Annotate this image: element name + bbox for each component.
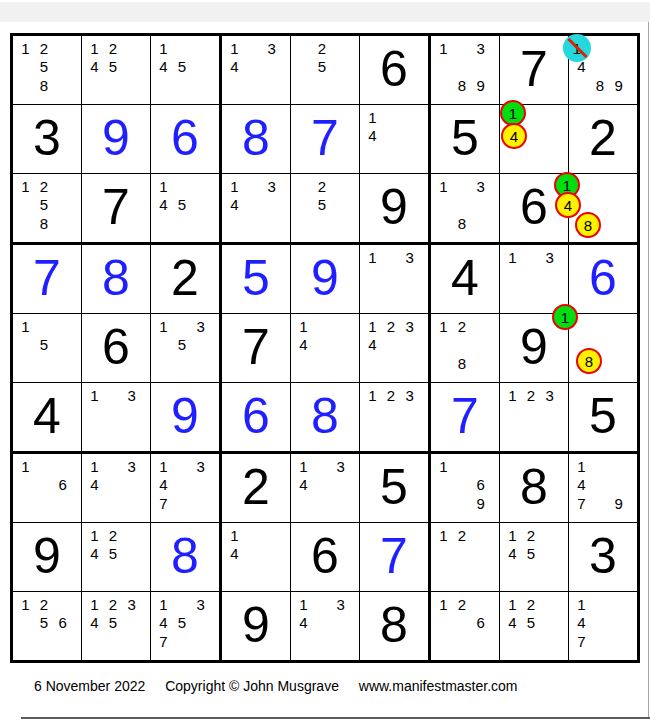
cell-r1c7[interactable]: 1389: [431, 36, 500, 105]
candidate-1: 1: [85, 457, 104, 476]
candidate-1: 1: [16, 39, 35, 58]
cell-r8c7[interactable]: 12: [431, 523, 500, 592]
candidates: 123: [360, 383, 428, 451]
cell-value: 6: [291, 523, 359, 591]
yellow-mark-4: 4: [501, 123, 527, 149]
cell-r2c7[interactable]: 5: [431, 105, 500, 174]
candidate-4: 4: [154, 476, 173, 495]
candidate-1: 1: [85, 39, 104, 58]
cell-r2c4[interactable]: 8: [222, 105, 291, 174]
cell-r6c8[interactable]: 123: [500, 383, 569, 454]
candidates: 1258: [13, 174, 81, 242]
candidate-4: 4: [85, 476, 104, 495]
yellow-mark-4: 4: [555, 192, 581, 218]
cell-r9c3[interactable]: 13457: [151, 592, 222, 660]
window-edge-right: [648, 22, 649, 718]
cell-value: 2: [569, 105, 637, 173]
cell-r2c3[interactable]: 6: [151, 105, 222, 174]
cell-value: 7: [500, 36, 568, 104]
cell-r6c3[interactable]: 9: [151, 383, 222, 454]
candidate-1: 1: [16, 317, 35, 336]
cell-r8c4[interactable]: 14: [222, 523, 291, 592]
cell-value: 2: [151, 245, 219, 313]
candidate-3: 3: [471, 39, 490, 58]
candidate-3: 3: [331, 595, 350, 614]
candidate-3: 3: [400, 248, 419, 267]
cell-value: 9: [360, 174, 428, 242]
candidate-4: 4: [503, 614, 522, 633]
candidates: 15: [13, 314, 81, 382]
cell-r1c9[interactable]: 4891: [569, 36, 637, 105]
candidate-8: 8: [591, 76, 610, 95]
candidate-4: 4: [363, 127, 382, 146]
candidate-3: 3: [331, 457, 350, 476]
candidate-5: 5: [173, 614, 192, 633]
candidate-2: 2: [35, 595, 54, 614]
candidate-5: 5: [522, 614, 541, 633]
candidate-9: 9: [609, 76, 628, 95]
candidate-6: 6: [471, 614, 490, 633]
cell-r1c2[interactable]: 1245: [82, 36, 151, 105]
cell-r8c5[interactable]: 6: [291, 523, 360, 592]
cell-value: 8: [151, 523, 219, 591]
cell-r1c8[interactable]: 7: [500, 36, 569, 105]
cell-r6c9[interactable]: 5: [569, 383, 637, 454]
candidate-1: 1: [85, 386, 104, 405]
candidate-3: 3: [471, 177, 490, 196]
candidates: 134: [222, 36, 290, 104]
candidate-3: 3: [122, 595, 141, 614]
cell-r5c2[interactable]: 6: [82, 314, 151, 383]
candidate-3: 3: [540, 248, 559, 267]
cell-value: 4: [431, 245, 499, 313]
footer-copyright: Copyright © John Musgrave: [165, 678, 339, 694]
cell-r8c8[interactable]: 1245: [500, 523, 569, 592]
candidate-1: 1: [16, 177, 35, 196]
cell-r1c1[interactable]: 1258: [13, 36, 82, 105]
cell-r9c6[interactable]: 8: [360, 592, 431, 660]
candidate-4: 4: [225, 58, 244, 77]
candidates: 1245: [500, 523, 568, 591]
cell-r5c1[interactable]: 15: [13, 314, 82, 383]
cell-value: 9: [151, 383, 219, 451]
candidate-1: 1: [434, 177, 453, 196]
candidates: 25: [291, 36, 359, 104]
candidate-1: 1: [503, 248, 522, 267]
footer-date: 6 November 2022: [34, 678, 145, 694]
candidate-1: 1: [434, 39, 453, 58]
cell-r7c5[interactable]: 134: [291, 454, 360, 523]
candidate-7: 7: [572, 494, 591, 513]
candidate-5: 5: [313, 58, 332, 77]
candidate-3: 3: [191, 317, 210, 336]
cell-r5c9[interactable]: 18: [569, 314, 637, 383]
candidate-9: 9: [471, 76, 490, 95]
yellow-mark-8: 8: [575, 212, 601, 238]
candidate-1: 1: [363, 317, 382, 336]
candidate-4: 4: [225, 545, 244, 564]
cell-value: 5: [431, 105, 499, 173]
candidate-4: 4: [225, 196, 244, 215]
cell-r4c4[interactable]: 5: [222, 245, 291, 314]
candidate-5: 5: [104, 614, 123, 633]
candidate-1: 1: [572, 457, 591, 476]
cell-r2c8[interactable]: 14: [500, 105, 569, 174]
cell-value: 7: [222, 314, 290, 382]
candidate-5: 5: [35, 336, 54, 355]
candidate-2: 2: [104, 39, 123, 58]
candidate-3: 3: [191, 457, 210, 476]
cell-value: 8: [222, 105, 290, 173]
cell-r5c4[interactable]: 7: [222, 314, 291, 383]
cell-r4c5[interactable]: 9: [291, 245, 360, 314]
candidate-3: 3: [262, 177, 281, 196]
candidate-2: 2: [313, 177, 332, 196]
window-edge-bottom: [21, 717, 650, 719]
candidate-4: 4: [154, 58, 173, 77]
cell-r9c8[interactable]: 1245: [500, 592, 569, 660]
candidate-2: 2: [35, 177, 54, 196]
sudoku-board: 1258124514513425613897489139687145142125…: [10, 33, 640, 663]
candidate-5: 5: [35, 614, 54, 633]
candidate-4: 4: [503, 545, 522, 564]
cell-r8c2[interactable]: 1245: [82, 523, 151, 592]
cell-value: 9: [222, 592, 290, 660]
candidate-1: 1: [434, 317, 453, 336]
candidate-1: 1: [154, 595, 173, 614]
cell-r4c9[interactable]: 6: [569, 245, 637, 314]
cell-r3c7[interactable]: 138: [431, 174, 500, 245]
candidate-3: 3: [122, 457, 141, 476]
cell-r6c5[interactable]: 8: [291, 383, 360, 454]
candidate-5: 5: [35, 196, 54, 215]
green-mark-1: 1: [552, 304, 578, 330]
cell-r1c6[interactable]: 6: [360, 36, 431, 105]
candidate-2: 2: [35, 39, 54, 58]
candidate-2: 2: [522, 595, 541, 614]
candidate-1: 1: [225, 177, 244, 196]
candidate-2: 2: [453, 595, 472, 614]
cell-r6c2[interactable]: 13: [82, 383, 151, 454]
candidates: 147: [569, 592, 637, 660]
candidate-1: 1: [503, 386, 522, 405]
cell-r7c9[interactable]: 1479: [569, 454, 637, 523]
cell-r6c1[interactable]: 4: [13, 383, 82, 454]
cell-value: 8: [82, 245, 150, 313]
cell-value: 9: [82, 105, 150, 173]
candidates: 138: [431, 174, 499, 242]
cell-r3c4[interactable]: 134: [222, 174, 291, 245]
candidate-3: 3: [400, 317, 419, 336]
cell-r8c6[interactable]: 7: [360, 523, 431, 592]
cell-r5c7[interactable]: 128: [431, 314, 500, 383]
candidates: 1389: [431, 36, 499, 104]
candidate-1: 1: [154, 39, 173, 58]
candidate-7: 7: [154, 494, 173, 513]
candidate-8: 8: [35, 76, 54, 95]
cell-value: 4: [13, 383, 81, 451]
candidate-1: 1: [85, 526, 104, 545]
candidate-1: 1: [154, 317, 173, 336]
cyan-mark-1: 1: [563, 34, 591, 62]
candidate-4: 4: [572, 476, 591, 495]
candidate-9: 9: [609, 494, 628, 513]
cell-r7c1[interactable]: 16: [13, 454, 82, 523]
cell-r8c9[interactable]: 3: [569, 523, 637, 592]
cell-r9c4[interactable]: 9: [222, 592, 291, 660]
footer-website: www.manifestmaster.com: [359, 678, 518, 694]
candidate-5: 5: [35, 58, 54, 77]
candidate-1: 1: [434, 595, 453, 614]
candidate-2: 2: [104, 595, 123, 614]
cell-r7c8[interactable]: 8: [500, 454, 569, 523]
cell-r4c6[interactable]: 13: [360, 245, 431, 314]
cell-r8c3[interactable]: 8: [151, 523, 222, 592]
candidates: 1258: [13, 36, 81, 104]
cell-r3c1[interactable]: 1258: [13, 174, 82, 245]
yellow-mark-8: 8: [576, 348, 602, 374]
strike-line: [567, 38, 588, 59]
candidate-2: 2: [453, 526, 472, 545]
candidates: 1256: [13, 592, 81, 660]
candidate-1: 1: [363, 108, 382, 127]
candidate-3: 3: [400, 386, 419, 405]
cell-r3c9[interactable]: 148: [569, 174, 637, 245]
cell-r7c6[interactable]: 5: [360, 454, 431, 523]
candidate-3: 3: [540, 386, 559, 405]
candidates: 145: [151, 36, 219, 104]
cell-value: 6: [569, 245, 637, 313]
cell-r9c2[interactable]: 12345: [82, 592, 151, 660]
candidate-5: 5: [173, 58, 192, 77]
candidate-1: 1: [572, 595, 591, 614]
candidate-1: 1: [85, 595, 104, 614]
cell-r7c3[interactable]: 1347: [151, 454, 222, 523]
candidate-7: 7: [572, 632, 591, 651]
cell-r4c1[interactable]: 7: [13, 245, 82, 314]
candidate-4: 4: [85, 58, 104, 77]
candidates: 14: [291, 314, 359, 382]
candidate-1: 1: [434, 457, 453, 476]
cell-value: 6: [151, 105, 219, 173]
candidate-1: 1: [16, 595, 35, 614]
cell-value: 3: [569, 523, 637, 591]
cell-value: 5: [222, 245, 290, 313]
candidates: 1245: [82, 523, 150, 591]
cell-value: 5: [360, 454, 428, 522]
cell-r7c4[interactable]: 2: [222, 454, 291, 523]
candidates: 13: [500, 245, 568, 313]
cell-value: 8: [291, 383, 359, 451]
cell-r2c5[interactable]: 7: [291, 105, 360, 174]
cell-r6c4[interactable]: 6: [222, 383, 291, 454]
cell-value: 3: [13, 105, 81, 173]
candidate-1: 1: [154, 457, 173, 476]
candidates: 13457: [151, 592, 219, 660]
cell-r2c1[interactable]: 3: [13, 105, 82, 174]
candidate-8: 8: [453, 214, 472, 233]
candidate-6: 6: [471, 476, 490, 495]
candidates: 1245: [500, 592, 568, 660]
candidate-4: 4: [85, 545, 104, 564]
candidate-6: 6: [53, 614, 72, 633]
cell-r7c2[interactable]: 134: [82, 454, 151, 523]
cell-value: 7: [360, 523, 428, 591]
cell-r5c6[interactable]: 1234: [360, 314, 431, 383]
candidate-3: 3: [122, 386, 141, 405]
candidate-8: 8: [453, 354, 472, 373]
candidate-1: 1: [503, 595, 522, 614]
candidates: 13: [82, 383, 150, 451]
candidate-4: 4: [154, 196, 173, 215]
candidate-6: 6: [53, 476, 72, 495]
candidates: 14: [360, 105, 428, 173]
candidate-1: 1: [434, 526, 453, 545]
cell-r1c4[interactable]: 134: [222, 36, 291, 105]
cell-r8c1[interactable]: 9: [13, 523, 82, 592]
candidate-1: 1: [363, 248, 382, 267]
cell-value: 8: [500, 454, 568, 522]
cell-r2c9[interactable]: 2: [569, 105, 637, 174]
cell-value: 6: [82, 314, 150, 382]
cell-r3c3[interactable]: 145: [151, 174, 222, 245]
candidate-1: 1: [154, 177, 173, 196]
candidate-1: 1: [16, 457, 35, 476]
candidate-4: 4: [154, 614, 173, 633]
candidate-1: 1: [503, 526, 522, 545]
cell-r5c3[interactable]: 135: [151, 314, 222, 383]
cell-r1c5[interactable]: 25: [291, 36, 360, 105]
cell-r3c2[interactable]: 7: [82, 174, 151, 245]
candidate-2: 2: [453, 317, 472, 336]
candidate-1: 1: [225, 526, 244, 545]
candidates: 123: [500, 383, 568, 451]
cell-value: 9: [291, 245, 359, 313]
cell-r7c7[interactable]: 169: [431, 454, 500, 523]
candidates: 134: [291, 592, 359, 660]
candidates: 12345: [82, 592, 150, 660]
candidates: 1234: [360, 314, 428, 382]
candidate-1: 1: [363, 386, 382, 405]
candidate-4: 4: [294, 614, 313, 633]
candidate-4: 4: [363, 336, 382, 355]
cell-value: 9: [13, 523, 81, 591]
candidates: 145: [151, 174, 219, 242]
candidate-5: 5: [173, 336, 192, 355]
cell-r1c3[interactable]: 145: [151, 36, 222, 105]
candidates: 169: [431, 454, 499, 522]
candidate-1: 1: [294, 317, 313, 336]
cell-value: 8: [360, 592, 428, 660]
cell-r2c6[interactable]: 14: [360, 105, 431, 174]
candidate-8: 8: [35, 214, 54, 233]
cell-r9c5[interactable]: 134: [291, 592, 360, 660]
candidate-5: 5: [313, 196, 332, 215]
cell-r5c5[interactable]: 14: [291, 314, 360, 383]
cell-r9c1[interactable]: 1256: [13, 592, 82, 660]
candidate-2: 2: [313, 39, 332, 58]
cell-value: 6: [360, 36, 428, 104]
candidates: 135: [151, 314, 219, 382]
candidates: 126: [431, 592, 499, 660]
cell-value: 2: [222, 454, 290, 522]
cell-r6c7[interactable]: 7: [431, 383, 500, 454]
candidate-2: 2: [522, 526, 541, 545]
candidates: 1479: [569, 454, 637, 522]
candidate-7: 7: [154, 632, 173, 651]
candidate-4: 4: [294, 476, 313, 495]
cell-r4c7[interactable]: 4: [431, 245, 500, 314]
candidate-5: 5: [104, 58, 123, 77]
candidates: 1245: [82, 36, 150, 104]
cell-value: 7: [13, 245, 81, 313]
cell-r4c8[interactable]: 13: [500, 245, 569, 314]
candidate-8: 8: [453, 76, 472, 95]
candidates: 14: [222, 523, 290, 591]
cell-value: 5: [569, 383, 637, 451]
candidate-4: 4: [294, 336, 313, 355]
candidate-1: 1: [294, 595, 313, 614]
cell-r4c2[interactable]: 8: [82, 245, 151, 314]
candidate-1: 1: [225, 39, 244, 58]
candidate-9: 9: [471, 494, 490, 513]
candidates: 134: [291, 454, 359, 522]
candidates: 134: [222, 174, 290, 242]
cell-r9c9[interactable]: 147: [569, 592, 637, 660]
cell-r6c6[interactable]: 123: [360, 383, 431, 454]
cell-value: 7: [82, 174, 150, 242]
candidate-5: 5: [522, 545, 541, 564]
candidate-2: 2: [104, 526, 123, 545]
candidate-5: 5: [173, 196, 192, 215]
candidates: 134: [82, 454, 150, 522]
cell-value: 7: [431, 383, 499, 451]
candidate-4: 4: [85, 614, 104, 633]
cell-r9c7[interactable]: 126: [431, 592, 500, 660]
candidate-4: 4: [572, 614, 591, 633]
candidate-2: 2: [522, 386, 541, 405]
candidate-2: 2: [382, 317, 401, 336]
candidate-3: 3: [191, 595, 210, 614]
candidates: [569, 314, 637, 382]
cell-r3c6[interactable]: 9: [360, 174, 431, 245]
candidates: 1347: [151, 454, 219, 522]
page: 1258124514513425613897489139687145142125…: [0, 0, 650, 720]
candidates: 16: [13, 454, 81, 522]
cell-r2c2[interactable]: 9: [82, 105, 151, 174]
candidate-2: 2: [382, 386, 401, 405]
candidate-1: 1: [294, 457, 313, 476]
cell-value: 7: [291, 105, 359, 173]
candidates: 13: [360, 245, 428, 313]
top-gray-band: [0, 2, 650, 22]
cell-r4c3[interactable]: 2: [151, 245, 222, 314]
candidate-3: 3: [262, 39, 281, 58]
candidates: 25: [291, 174, 359, 242]
cell-value: 6: [222, 383, 290, 451]
candidate-5: 5: [104, 545, 123, 564]
candidates: 128: [431, 314, 499, 382]
candidates: 12: [431, 523, 499, 591]
cell-r3c5[interactable]: 25: [291, 174, 360, 245]
footer: 6 November 2022 Copyright © John Musgrav…: [34, 676, 518, 696]
